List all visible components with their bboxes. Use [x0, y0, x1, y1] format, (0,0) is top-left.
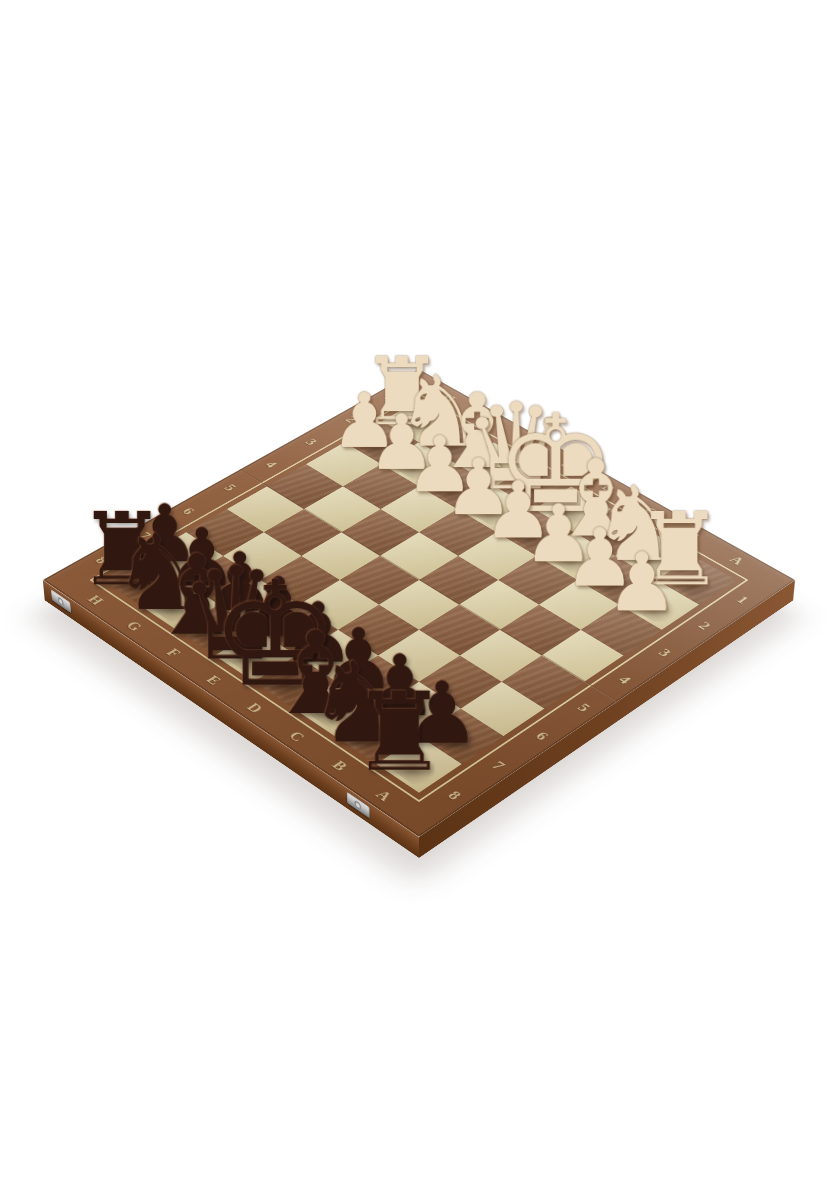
- chess-board: HGFEDCBA HGFEDCBA 12345678 12345678 ♜♞♝♛…: [43, 369, 795, 837]
- black-rook-a8[interactable]: ♜: [350, 688, 447, 777]
- perspective-scene: HGFEDCBA HGFEDCBA 12345678 12345678 ♜♞♝♛…: [0, 0, 838, 1200]
- product-photo: HGFEDCBA HGFEDCBA 12345678 12345678 ♜♞♝♛…: [0, 0, 838, 1200]
- white-pawn-a2[interactable]: ♟: [605, 550, 678, 617]
